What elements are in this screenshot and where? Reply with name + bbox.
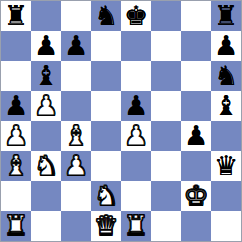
black-pawn-piece[interactable]: ♟ xyxy=(4,91,28,121)
square-e1[interactable]: ♜ xyxy=(121,211,151,241)
square-d6[interactable] xyxy=(91,61,121,91)
square-a6[interactable] xyxy=(1,61,31,91)
square-h8[interactable]: ♜ xyxy=(211,1,241,31)
square-d7[interactable] xyxy=(91,31,121,61)
square-a4[interactable]: ♟ xyxy=(1,121,31,151)
black-rook-piece[interactable]: ♜ xyxy=(4,1,28,31)
square-a8[interactable]: ♜ xyxy=(1,1,31,31)
square-g5[interactable] xyxy=(181,91,211,121)
black-pawn-piece[interactable]: ♟ xyxy=(184,121,208,151)
white-rook-piece[interactable]: ♜ xyxy=(124,211,148,241)
black-pawn-piece[interactable]: ♟ xyxy=(124,91,148,121)
square-d8[interactable]: ♞ xyxy=(91,1,121,31)
black-bishop-piece[interactable]: ♝ xyxy=(214,91,238,121)
square-h6[interactable]: ♞ xyxy=(211,61,241,91)
white-pawn-piece[interactable]: ♟ xyxy=(124,121,148,151)
square-f4[interactable] xyxy=(151,121,181,151)
black-bishop-piece[interactable]: ♝ xyxy=(34,61,58,91)
square-f7[interactable] xyxy=(151,31,181,61)
square-g4[interactable]: ♟ xyxy=(181,121,211,151)
white-pawn-piece[interactable]: ♟ xyxy=(64,151,88,181)
white-bishop-piece[interactable]: ♝ xyxy=(64,121,88,151)
square-g1[interactable] xyxy=(181,211,211,241)
square-a1[interactable]: ♜ xyxy=(1,211,31,241)
white-knight-piece[interactable]: ♞ xyxy=(94,181,118,211)
square-g8[interactable] xyxy=(181,1,211,31)
square-e8[interactable]: ♚ xyxy=(121,1,151,31)
square-b8[interactable] xyxy=(31,1,61,31)
square-b3[interactable]: ♞ xyxy=(31,151,61,181)
square-f8[interactable] xyxy=(151,1,181,31)
square-c2[interactable] xyxy=(61,181,91,211)
square-c3[interactable]: ♟ xyxy=(61,151,91,181)
square-h4[interactable] xyxy=(211,121,241,151)
square-h2[interactable] xyxy=(211,181,241,211)
square-c4[interactable]: ♝ xyxy=(61,121,91,151)
white-queen-piece[interactable]: ♛ xyxy=(94,211,118,241)
square-a2[interactable] xyxy=(1,181,31,211)
chess-board-frame: ♜♞♚♜♟♟♟♝♞♟♟♟♝♟♝♟♟♝♞♟♛♞♚♜♛♜ xyxy=(0,0,242,242)
square-e5[interactable]: ♟ xyxy=(121,91,151,121)
square-a5[interactable]: ♟ xyxy=(1,91,31,121)
square-d2[interactable]: ♞ xyxy=(91,181,121,211)
square-d4[interactable] xyxy=(91,121,121,151)
white-pawn-piece[interactable]: ♟ xyxy=(34,91,58,121)
white-pawn-piece[interactable]: ♟ xyxy=(4,121,28,151)
square-f5[interactable] xyxy=(151,91,181,121)
black-knight-piece[interactable]: ♞ xyxy=(94,1,118,31)
square-e2[interactable] xyxy=(121,181,151,211)
square-e3[interactable] xyxy=(121,151,151,181)
square-d1[interactable]: ♛ xyxy=(91,211,121,241)
square-f1[interactable] xyxy=(151,211,181,241)
square-g3[interactable] xyxy=(181,151,211,181)
square-d5[interactable] xyxy=(91,91,121,121)
square-e6[interactable] xyxy=(121,61,151,91)
square-b1[interactable] xyxy=(31,211,61,241)
square-f3[interactable] xyxy=(151,151,181,181)
white-bishop-piece[interactable]: ♝ xyxy=(4,151,28,181)
square-g2[interactable]: ♚ xyxy=(181,181,211,211)
square-f6[interactable] xyxy=(151,61,181,91)
square-b5[interactable]: ♟ xyxy=(31,91,61,121)
white-rook-piece[interactable]: ♜ xyxy=(4,211,28,241)
white-knight-piece[interactable]: ♞ xyxy=(34,151,58,181)
black-pawn-piece[interactable]: ♟ xyxy=(34,31,58,61)
square-h7[interactable]: ♟ xyxy=(211,31,241,61)
square-a3[interactable]: ♝ xyxy=(1,151,31,181)
square-e7[interactable] xyxy=(121,31,151,61)
square-c8[interactable] xyxy=(61,1,91,31)
square-b6[interactable]: ♝ xyxy=(31,61,61,91)
square-c7[interactable]: ♟ xyxy=(61,31,91,61)
black-king-piece[interactable]: ♚ xyxy=(124,1,148,31)
square-b7[interactable]: ♟ xyxy=(31,31,61,61)
square-d3[interactable] xyxy=(91,151,121,181)
black-pawn-piece[interactable]: ♟ xyxy=(64,31,88,61)
square-f2[interactable] xyxy=(151,181,181,211)
black-rook-piece[interactable]: ♜ xyxy=(214,1,238,31)
black-queen-piece[interactable]: ♛ xyxy=(214,151,238,181)
square-g7[interactable] xyxy=(181,31,211,61)
square-h3[interactable]: ♛ xyxy=(211,151,241,181)
white-king-piece[interactable]: ♚ xyxy=(184,181,208,211)
square-h5[interactable]: ♝ xyxy=(211,91,241,121)
square-g6[interactable] xyxy=(181,61,211,91)
square-c6[interactable] xyxy=(61,61,91,91)
black-knight-piece[interactable]: ♞ xyxy=(214,61,238,91)
square-e4[interactable]: ♟ xyxy=(121,121,151,151)
chess-board: ♜♞♚♜♟♟♟♝♞♟♟♟♝♟♝♟♟♝♞♟♛♞♚♜♛♜ xyxy=(1,1,241,241)
black-pawn-piece[interactable]: ♟ xyxy=(214,31,238,61)
square-c1[interactable] xyxy=(61,211,91,241)
square-a7[interactable] xyxy=(1,31,31,61)
square-c5[interactable] xyxy=(61,91,91,121)
square-h1[interactable] xyxy=(211,211,241,241)
square-b2[interactable] xyxy=(31,181,61,211)
square-b4[interactable] xyxy=(31,121,61,151)
